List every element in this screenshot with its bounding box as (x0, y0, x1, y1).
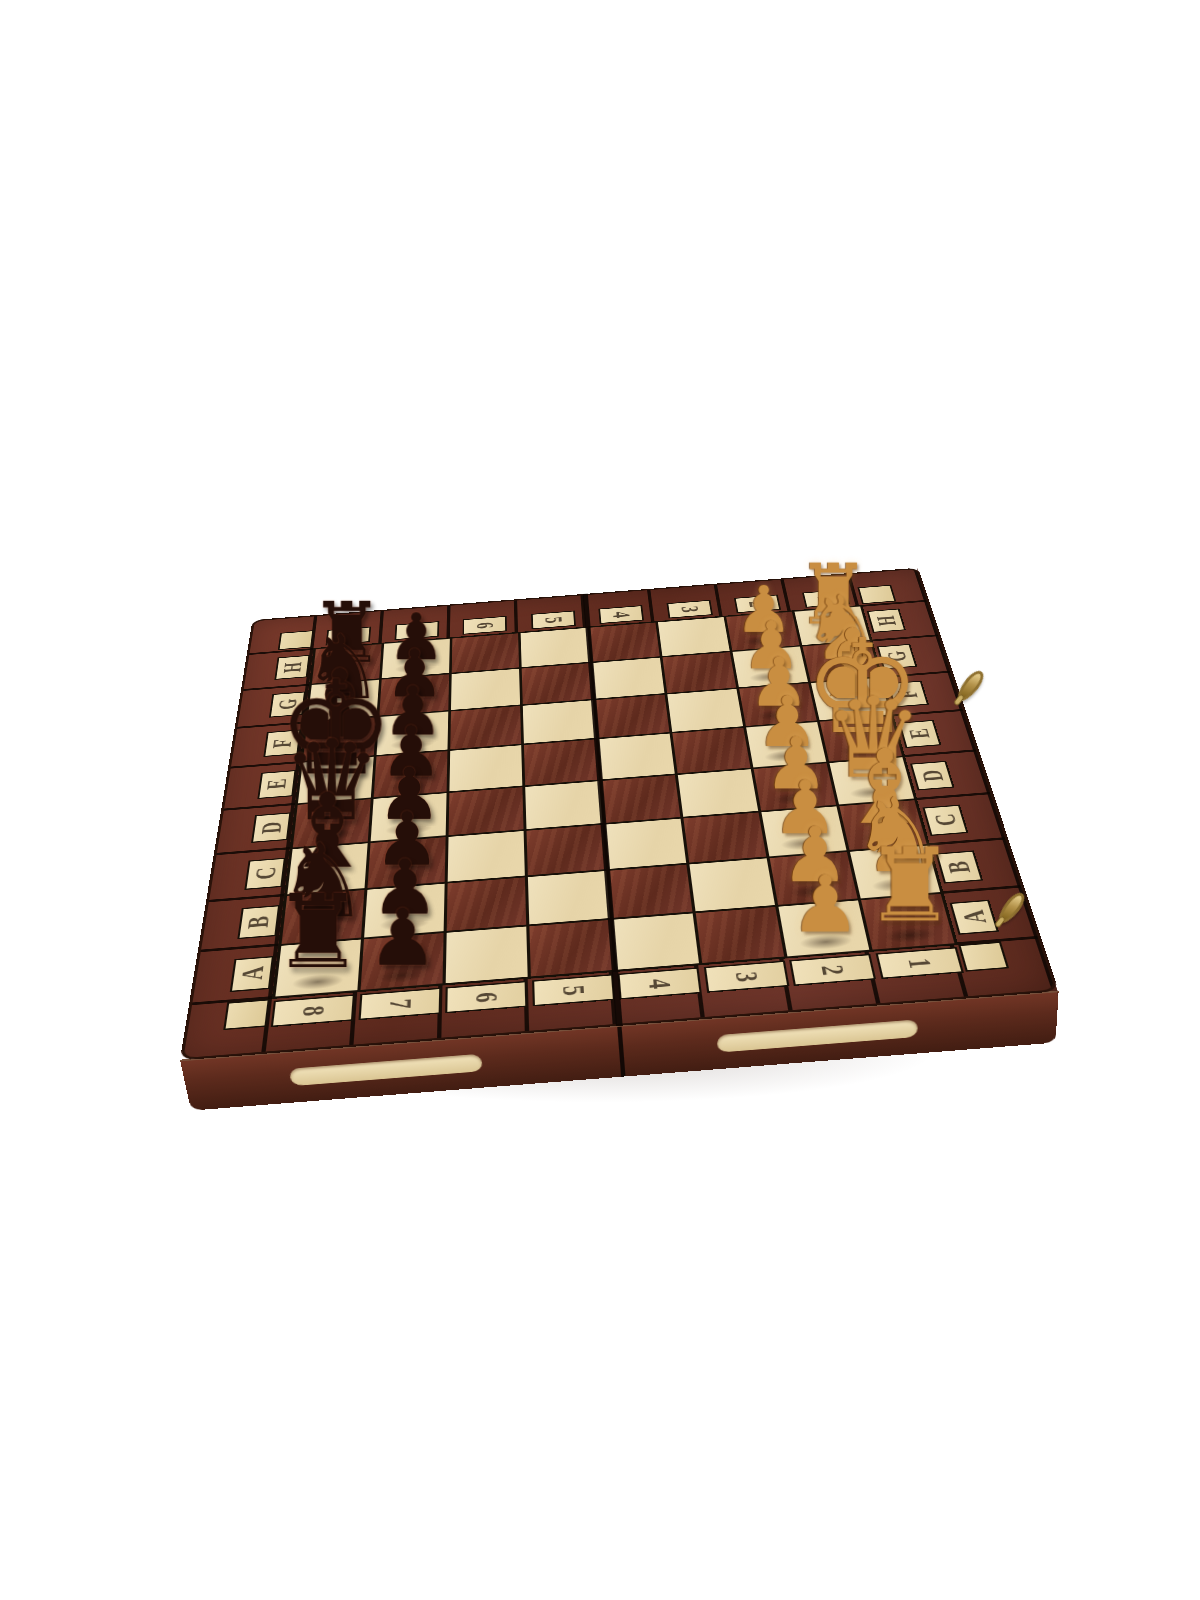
rank-label-tile: 4 (599, 605, 645, 624)
square-e5[interactable] (524, 740, 598, 785)
handle-inlay-right (717, 1019, 918, 1052)
piece-black-pawn-a7[interactable]: ♟ (367, 900, 437, 975)
rank-label-8: 8 (295, 1004, 331, 1017)
square-e4[interactable] (598, 734, 674, 779)
rank-label-tile: 3 (704, 961, 790, 993)
rank-label-2: 2 (814, 963, 851, 976)
rank-label-1: 1 (900, 957, 938, 970)
rank-label-5: 5 (555, 984, 591, 997)
rank-label-cell: 8 (268, 992, 357, 1029)
square-h5[interactable] (521, 628, 589, 667)
file-label-tile: A (949, 900, 998, 935)
rank-label-tile: 2 (789, 954, 876, 986)
rank-label-tile: 5 (532, 974, 615, 1006)
square-c6[interactable] (448, 831, 525, 882)
square-a8[interactable]: ♜ (275, 939, 361, 996)
square-g6[interactable] (451, 669, 520, 710)
file-label-A: A (234, 965, 270, 982)
square-f3[interactable] (667, 689, 743, 732)
square-g3[interactable] (662, 652, 736, 693)
square-f5[interactable] (523, 700, 595, 743)
piece-white-rook-a1[interactable]: ♜ (865, 838, 956, 935)
chessboard: 87654321 87654321 HGFEDCBA HGFEDCBA ♜♟♟♜… (180, 568, 1059, 1061)
square-a4[interactable] (613, 913, 699, 969)
square-g5[interactable] (522, 663, 592, 704)
square-d6[interactable] (449, 787, 524, 835)
square-a6[interactable] (446, 926, 528, 983)
rank-label-4: 4 (607, 610, 636, 618)
square-b6[interactable] (447, 877, 527, 931)
rank-label-3: 3 (728, 970, 765, 983)
square-f6[interactable] (450, 706, 521, 749)
square-h6[interactable] (452, 633, 519, 672)
square-a3[interactable] (695, 907, 784, 963)
file-label-cell: A (225, 946, 278, 1003)
rank-label-cell: 1 (872, 945, 966, 981)
square-b5[interactable] (528, 871, 609, 924)
square-h4[interactable] (589, 623, 659, 662)
piece-black-rook-a8[interactable]: ♜ (272, 885, 363, 982)
square-a1[interactable]: ♜ (861, 894, 955, 950)
photo-background: 87654321 87654321 HGFEDCBA HGFEDCBA ♜♟♟♜… (0, 0, 1200, 1600)
rank-label-tile: 7 (358, 988, 441, 1021)
file-label-A: A (955, 909, 994, 925)
rank-label-tile: 6 (445, 981, 527, 1014)
rank-label-7: 7 (382, 997, 418, 1010)
square-e3[interactable] (672, 728, 750, 773)
rank-label-tile: 5 (531, 611, 576, 630)
rank-label-6: 6 (471, 621, 499, 629)
frame-corner-tile (223, 999, 270, 1030)
rank-label-tile: 4 (618, 967, 702, 999)
square-d3[interactable] (677, 769, 758, 817)
rank-label-tile: 8 (271, 994, 355, 1027)
square-d5[interactable] (526, 781, 602, 829)
handle-inlay-left (289, 1054, 483, 1086)
rank-label-3: 3 (675, 605, 704, 613)
square-c4[interactable] (605, 818, 686, 868)
square-c3[interactable] (683, 812, 766, 862)
rank-label-tile: 1 (875, 947, 963, 979)
rank-label-tile: 3 (666, 600, 712, 619)
square-a7[interactable]: ♟ (361, 933, 444, 990)
square-a2[interactable]: ♟ (778, 900, 869, 956)
fold-seam-front (617, 1027, 625, 1077)
frame-corner-tile (958, 942, 1009, 972)
file-label-tile: A (230, 956, 274, 992)
piece-white-pawn-a2[interactable]: ♟ (791, 867, 861, 942)
file-label-B: B (241, 915, 276, 930)
square-b4[interactable] (609, 865, 692, 918)
rank-label-6: 6 (469, 991, 505, 1004)
rank-label-cell: 4 (615, 965, 705, 1002)
square-a5[interactable] (530, 920, 614, 977)
rank-label-5: 5 (539, 616, 567, 624)
square-f4[interactable] (595, 695, 669, 738)
square-e6[interactable] (450, 745, 523, 791)
rank-label-tile: 6 (463, 616, 507, 635)
rank-label-4: 4 (641, 977, 677, 990)
square-b3[interactable] (689, 858, 775, 911)
square-c5[interactable] (527, 825, 606, 876)
playing-area: ♜♟♟♜♞♟♟♞♝♟♟♝♚♟♟♚♛♟♟♛♝♟♟♝♞♟♟♞♜♟♟♜ (272, 605, 958, 999)
square-d4[interactable] (601, 775, 679, 823)
square-g4[interactable] (592, 658, 664, 699)
square-h3[interactable] (658, 617, 730, 656)
